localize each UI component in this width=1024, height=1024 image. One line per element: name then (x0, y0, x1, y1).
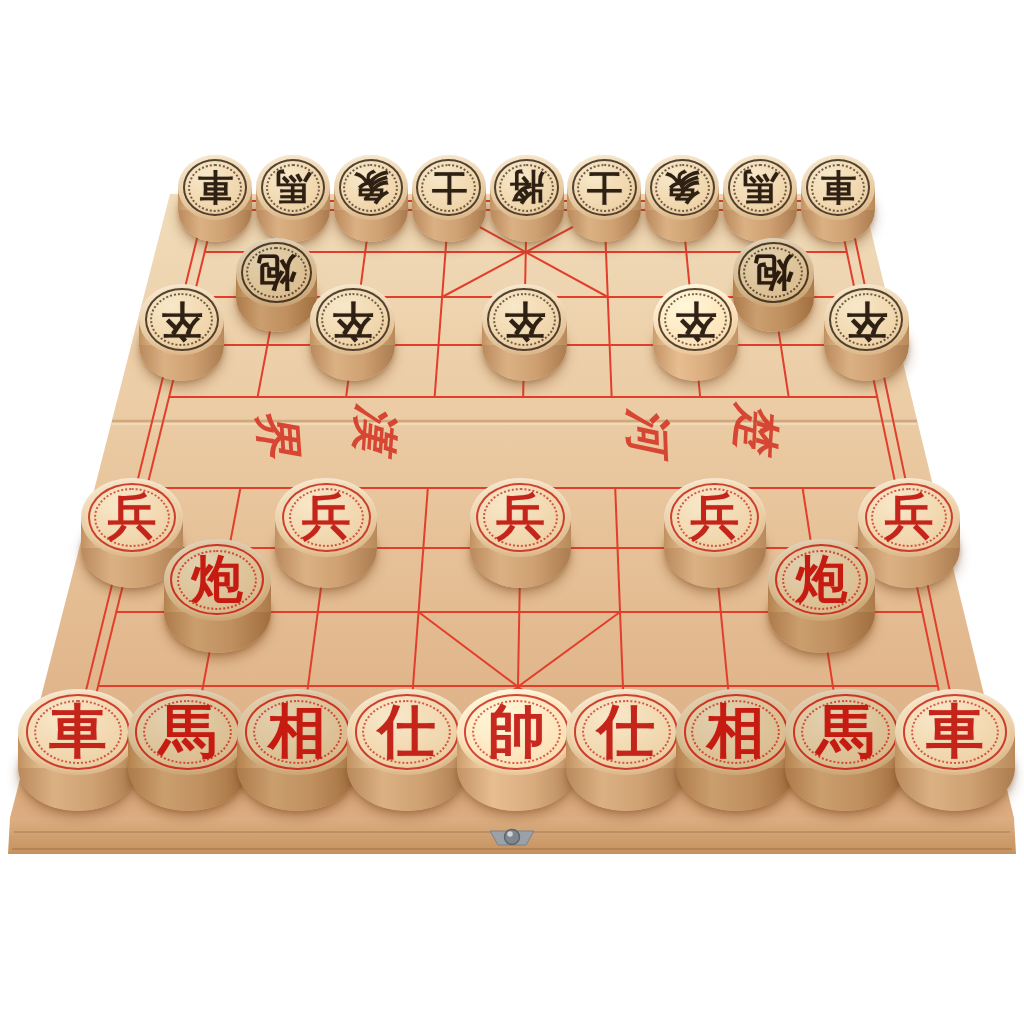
piece-character: 炮 (236, 238, 317, 307)
piece-face: 炮 (768, 539, 875, 621)
piece-red-帥[interactable]: 帥 (457, 689, 577, 811)
piece-red-兵[interactable]: 兵 (664, 478, 766, 588)
piece-black-卒[interactable]: 卒 (824, 284, 909, 381)
piece-face: 相 (237, 689, 357, 775)
piece-black-士[interactable]: 士 (412, 155, 486, 242)
piece-face: 卒 (824, 284, 909, 356)
piece-black-馬[interactable]: 馬 (256, 155, 330, 242)
piece-face: 帥 (457, 689, 577, 775)
piece-black-車[interactable]: 車 (178, 155, 252, 242)
piece-character: 帥 (457, 689, 577, 775)
piece-face: 仕 (566, 689, 686, 775)
piece-character: 卒 (139, 284, 224, 356)
piece-character: 車 (801, 155, 875, 220)
piece-character: 炮 (768, 539, 875, 621)
piece-character: 卒 (310, 284, 395, 356)
piece-black-卒[interactable]: 卒 (482, 284, 567, 381)
piece-character: 仕 (347, 689, 467, 775)
piece-face: 士 (412, 155, 486, 220)
piece-character: 車 (895, 689, 1015, 775)
piece-red-仕[interactable]: 仕 (347, 689, 467, 811)
piece-face: 兵 (664, 478, 766, 558)
latch-icon (490, 830, 534, 846)
piece-face: 仕 (347, 689, 467, 775)
piece-character: 相 (676, 689, 796, 775)
piece-face: 將 (490, 155, 564, 220)
piece-character: 車 (178, 155, 252, 220)
piece-face: 兵 (275, 478, 377, 558)
piece-black-象[interactable]: 象 (645, 155, 719, 242)
piece-face: 卒 (482, 284, 567, 356)
piece-character: 卒 (482, 284, 567, 356)
piece-red-車[interactable]: 車 (895, 689, 1015, 811)
piece-face: 馬 (256, 155, 330, 220)
piece-character: 象 (645, 155, 719, 220)
piece-red-炮[interactable]: 炮 (768, 539, 875, 653)
piece-character: 馬 (785, 689, 905, 775)
piece-face: 卒 (139, 284, 224, 356)
piece-face: 炮 (733, 238, 814, 307)
piece-black-卒[interactable]: 卒 (310, 284, 395, 381)
piece-red-兵[interactable]: 兵 (275, 478, 377, 588)
piece-black-卒[interactable]: 卒 (653, 284, 738, 381)
piece-red-炮[interactable]: 炮 (164, 539, 271, 653)
piece-face: 士 (567, 155, 641, 220)
piece-red-相[interactable]: 相 (237, 689, 357, 811)
piece-face: 象 (645, 155, 719, 220)
piece-character: 將 (490, 155, 564, 220)
piece-black-車[interactable]: 車 (801, 155, 875, 242)
piece-character: 士 (567, 155, 641, 220)
piece-face: 車 (895, 689, 1015, 775)
piece-character: 仕 (566, 689, 686, 775)
piece-character: 炮 (164, 539, 271, 621)
piece-red-仕[interactable]: 仕 (566, 689, 686, 811)
piece-character: 卒 (653, 284, 738, 356)
piece-face: 炮 (164, 539, 271, 621)
piece-face: 馬 (723, 155, 797, 220)
piece-black-士[interactable]: 士 (567, 155, 641, 242)
piece-character: 卒 (824, 284, 909, 356)
piece-character: 相 (237, 689, 357, 775)
piece-red-相[interactable]: 相 (676, 689, 796, 811)
piece-face: 車 (801, 155, 875, 220)
piece-character: 象 (334, 155, 408, 220)
piece-face: 馬 (128, 689, 248, 775)
piece-red-兵[interactable]: 兵 (470, 478, 572, 588)
river-character: 界 (250, 408, 308, 461)
piece-character: 馬 (256, 155, 330, 220)
piece-character: 兵 (664, 478, 766, 558)
piece-face: 兵 (470, 478, 572, 558)
piece-character: 馬 (128, 689, 248, 775)
piece-face: 車 (178, 155, 252, 220)
piece-face: 相 (676, 689, 796, 775)
piece-black-炮[interactable]: 炮 (733, 238, 814, 332)
piece-black-將[interactable]: 將 (490, 155, 564, 242)
piece-character: 兵 (470, 478, 572, 558)
piece-face: 馬 (785, 689, 905, 775)
piece-red-馬[interactable]: 馬 (128, 689, 248, 811)
piece-black-卒[interactable]: 卒 (139, 284, 224, 381)
piece-red-車[interactable]: 車 (18, 689, 138, 811)
piece-face: 象 (334, 155, 408, 220)
piece-character: 馬 (723, 155, 797, 220)
piece-character: 士 (412, 155, 486, 220)
piece-black-炮[interactable]: 炮 (236, 238, 317, 332)
piece-face: 車 (18, 689, 138, 775)
xiangqi-product-photo: 界漢河楚 車馬象士將士象馬車炮炮卒卒卒卒卒兵兵兵兵兵炮炮車馬相仕帥仕相馬車 (0, 0, 1024, 1024)
piece-red-馬[interactable]: 馬 (785, 689, 905, 811)
piece-character: 炮 (733, 238, 814, 307)
piece-face: 卒 (653, 284, 738, 356)
piece-face: 炮 (236, 238, 317, 307)
piece-black-馬[interactable]: 馬 (723, 155, 797, 242)
piece-black-象[interactable]: 象 (334, 155, 408, 242)
piece-character: 車 (18, 689, 138, 775)
piece-face: 卒 (310, 284, 395, 356)
piece-character: 兵 (275, 478, 377, 558)
